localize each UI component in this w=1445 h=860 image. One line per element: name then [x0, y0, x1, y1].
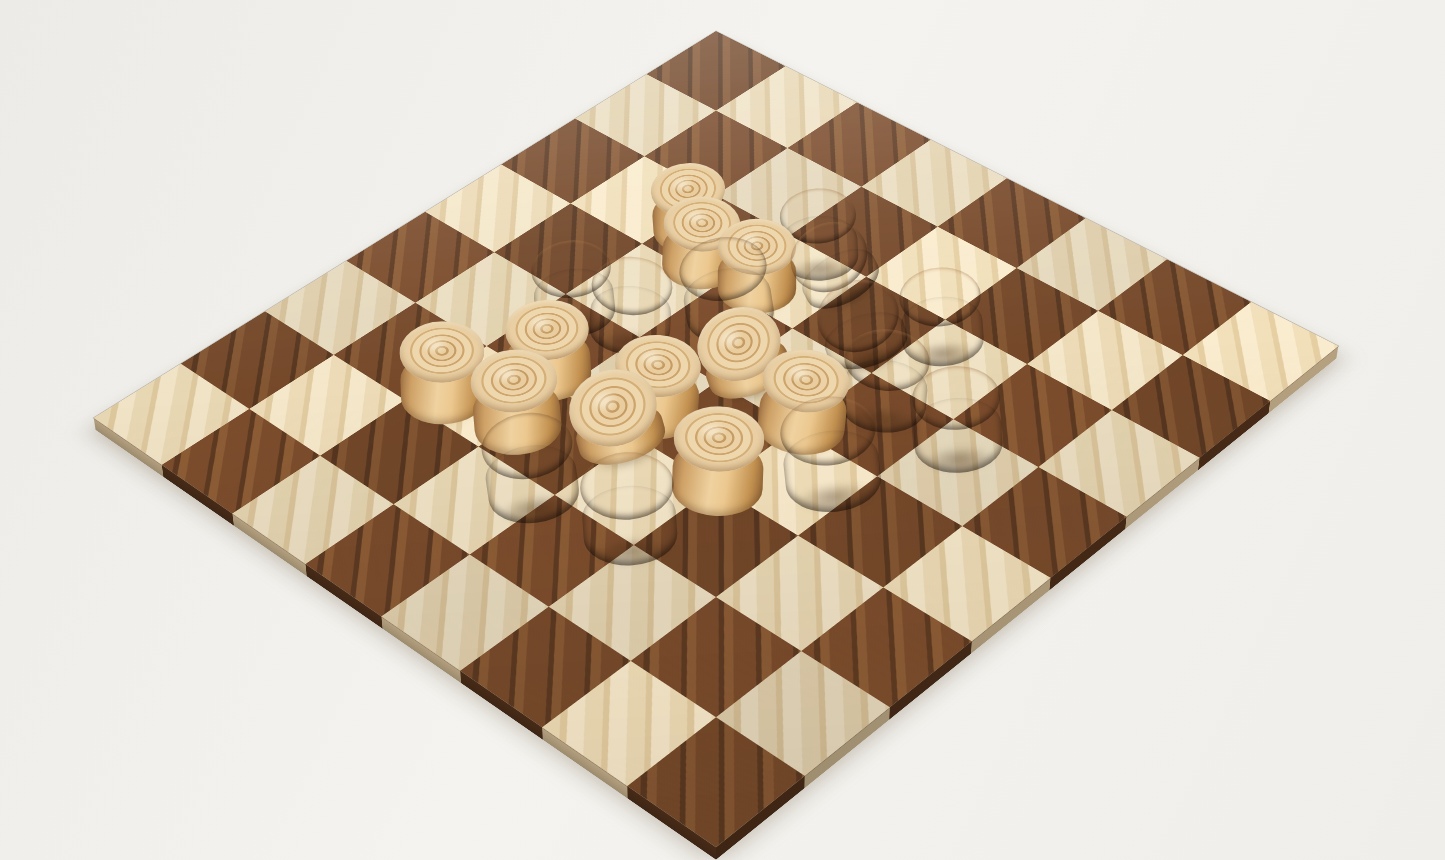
checker-piece-dark[interactable]: [477, 407, 583, 529]
checker-piece-dark[interactable]: [578, 449, 679, 569]
checker-piece-light[interactable]: [671, 405, 765, 518]
checker-piece-dark[interactable]: [777, 392, 884, 517]
product-photo-scene: [0, 0, 1445, 860]
pieces-layer: [0, 0, 1445, 860]
checker-piece-dark[interactable]: [910, 364, 1004, 475]
